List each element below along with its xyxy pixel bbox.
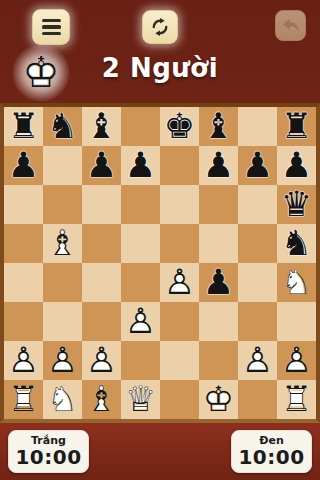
square-c8[interactable]: ♝ (82, 107, 121, 146)
piece-black-bishop[interactable]: ♝ (199, 107, 238, 146)
square-a2[interactable]: ♟♙ (4, 341, 43, 380)
refresh-icon (149, 16, 171, 38)
menu-button[interactable] (32, 9, 70, 45)
square-b4[interactable] (43, 263, 82, 302)
piece-white-pawn[interactable]: ♟♙ (43, 341, 82, 380)
piece-black-king[interactable]: ♚ (160, 107, 199, 146)
square-f1[interactable]: ♚♔ (199, 380, 238, 419)
square-c5[interactable] (82, 224, 121, 263)
piece-white-king[interactable]: ♚♔ (199, 380, 238, 419)
piece-white-pawn[interactable]: ♟♙ (121, 302, 160, 341)
undo-arrow-icon (280, 15, 302, 37)
piece-black-pawn[interactable]: ♟ (238, 146, 277, 185)
square-f3[interactable] (199, 302, 238, 341)
square-e6[interactable] (160, 185, 199, 224)
piece-black-pawn[interactable]: ♟ (82, 146, 121, 185)
square-c1[interactable]: ♝♗ (82, 380, 121, 419)
piece-black-pawn[interactable]: ♟ (121, 146, 160, 185)
piece-white-knight[interactable]: ♞♘ (43, 380, 82, 419)
square-b8[interactable]: ♞ (43, 107, 82, 146)
square-a3[interactable] (4, 302, 43, 341)
piece-white-knight[interactable]: ♞♘ (277, 263, 316, 302)
hamburger-icon (42, 19, 61, 35)
square-c3[interactable] (82, 302, 121, 341)
square-h5[interactable]: ♞ (277, 224, 316, 263)
square-a4[interactable] (4, 263, 43, 302)
square-b5[interactable]: ♝♗ (43, 224, 82, 263)
square-g1[interactable] (238, 380, 277, 419)
square-d1[interactable]: ♛♕ (121, 380, 160, 419)
square-c6[interactable] (82, 185, 121, 224)
app-screen: ♚ ♔ 2 Người ♜♞♝♚♝♜♟♟♟♟♟♟♛♝♗♞♟♙♟♞♘♟♙♟♙♟♙♟… (0, 0, 320, 480)
square-b3[interactable] (43, 302, 82, 341)
piece-black-pawn[interactable]: ♟ (199, 263, 238, 302)
square-b2[interactable]: ♟♙ (43, 341, 82, 380)
square-d2[interactable] (121, 341, 160, 380)
piece-white-pawn[interactable]: ♟♙ (82, 341, 121, 380)
piece-white-pawn[interactable]: ♟♙ (238, 341, 277, 380)
square-f4[interactable]: ♟ (199, 263, 238, 302)
square-a6[interactable] (4, 185, 43, 224)
square-e2[interactable] (160, 341, 199, 380)
black-clock-time: 10:00 (232, 447, 311, 468)
piece-white-bishop[interactable]: ♝♗ (43, 224, 82, 263)
piece-black-knight[interactable]: ♞ (43, 107, 82, 146)
square-h6[interactable]: ♛ (277, 185, 316, 224)
square-d8[interactable] (121, 107, 160, 146)
square-c7[interactable]: ♟ (82, 146, 121, 185)
square-f6[interactable] (199, 185, 238, 224)
piece-black-knight[interactable]: ♞ (277, 224, 316, 263)
square-d5[interactable] (121, 224, 160, 263)
square-e5[interactable] (160, 224, 199, 263)
square-h7[interactable]: ♟ (277, 146, 316, 185)
square-g2[interactable]: ♟♙ (238, 341, 277, 380)
square-a8[interactable]: ♜ (4, 107, 43, 146)
square-h4[interactable]: ♞♘ (277, 263, 316, 302)
square-g4[interactable] (238, 263, 277, 302)
square-f5[interactable] (199, 224, 238, 263)
square-g6[interactable] (238, 185, 277, 224)
square-e1[interactable] (160, 380, 199, 419)
square-e7[interactable] (160, 146, 199, 185)
piece-black-pawn[interactable]: ♟ (199, 146, 238, 185)
square-e4[interactable]: ♟♙ (160, 263, 199, 302)
piece-white-bishop[interactable]: ♝♗ (82, 380, 121, 419)
page-title: 2 Người (0, 53, 320, 83)
piece-white-queen[interactable]: ♛♕ (121, 380, 160, 419)
undo-button[interactable] (275, 10, 306, 41)
square-h2[interactable]: ♟♙ (277, 341, 316, 380)
piece-black-queen[interactable]: ♛ (277, 185, 316, 224)
piece-white-rook[interactable]: ♜♖ (4, 380, 43, 419)
piece-black-rook[interactable]: ♜ (277, 107, 316, 146)
square-b7[interactable] (43, 146, 82, 185)
square-a1[interactable]: ♜♖ (4, 380, 43, 419)
piece-white-pawn[interactable]: ♟♙ (277, 341, 316, 380)
square-h1[interactable]: ♜♖ (277, 380, 316, 419)
square-a7[interactable]: ♟ (4, 146, 43, 185)
square-f7[interactable]: ♟ (199, 146, 238, 185)
square-f8[interactable]: ♝ (199, 107, 238, 146)
piece-black-pawn[interactable]: ♟ (277, 146, 316, 185)
piece-white-rook[interactable]: ♜♖ (277, 380, 316, 419)
square-e8[interactable]: ♚ (160, 107, 199, 146)
square-c2[interactable]: ♟♙ (82, 341, 121, 380)
square-g3[interactable] (238, 302, 277, 341)
square-e3[interactable] (160, 302, 199, 341)
square-g8[interactable] (238, 107, 277, 146)
square-a5[interactable] (4, 224, 43, 263)
piece-black-rook[interactable]: ♜ (4, 107, 43, 146)
restart-button[interactable] (142, 10, 178, 44)
square-b6[interactable] (43, 185, 82, 224)
square-g7[interactable]: ♟ (238, 146, 277, 185)
black-clock[interactable]: Đen 10:00 (231, 430, 312, 473)
chess-board: ♜♞♝♚♝♜♟♟♟♟♟♟♛♝♗♞♟♙♟♞♘♟♙♟♙♟♙♟♙♟♙♟♙♜♖♞♘♝♗♛… (0, 103, 320, 423)
square-f2[interactable] (199, 341, 238, 380)
piece-white-pawn[interactable]: ♟♙ (4, 341, 43, 380)
square-c4[interactable] (82, 263, 121, 302)
square-b1[interactable]: ♞♘ (43, 380, 82, 419)
piece-white-pawn[interactable]: ♟♙ (160, 263, 199, 302)
square-d7[interactable]: ♟ (121, 146, 160, 185)
white-clock[interactable]: Trắng 10:00 (8, 430, 89, 473)
square-d3[interactable]: ♟♙ (121, 302, 160, 341)
piece-black-bishop[interactable]: ♝ (82, 107, 121, 146)
square-d6[interactable] (121, 185, 160, 224)
square-h8[interactable]: ♜ (277, 107, 316, 146)
white-clock-time: 10:00 (9, 447, 88, 468)
square-d4[interactable] (121, 263, 160, 302)
piece-black-pawn[interactable]: ♟ (4, 146, 43, 185)
square-g5[interactable] (238, 224, 277, 263)
square-h3[interactable] (277, 302, 316, 341)
